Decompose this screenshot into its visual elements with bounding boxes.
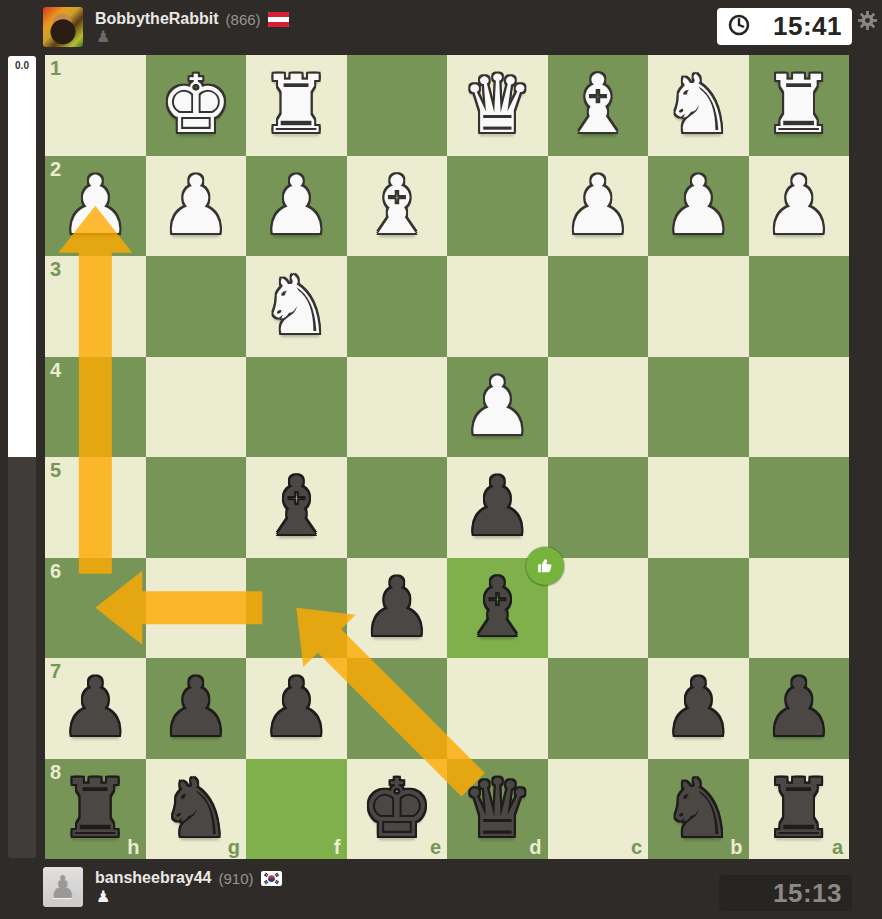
top-player-rating: (866) xyxy=(226,11,261,28)
square-c5[interactable] xyxy=(548,457,649,558)
top-player-avatar[interactable] xyxy=(43,7,83,47)
square-f5[interactable]: ♝ xyxy=(246,457,347,558)
square-c4[interactable] xyxy=(548,357,649,458)
piece-white-rook-a1[interactable]: ♜ xyxy=(749,55,850,156)
square-a3[interactable] xyxy=(749,256,850,357)
square-b7[interactable]: ♟ xyxy=(648,658,749,759)
clock-icon xyxy=(727,13,751,41)
square-e3[interactable] xyxy=(347,256,448,357)
square-g3[interactable] xyxy=(146,256,247,357)
square-c1[interactable]: ♝ xyxy=(548,55,649,156)
south-korea-flag-icon xyxy=(261,871,282,886)
square-e1[interactable] xyxy=(347,55,448,156)
square-d7[interactable] xyxy=(447,658,548,759)
top-clock-time: 15:41 xyxy=(751,11,842,42)
square-a2[interactable]: ♟ xyxy=(749,156,850,257)
piece-black-pawn-g7[interactable]: ♟ xyxy=(146,658,247,759)
square-g4[interactable] xyxy=(146,357,247,458)
bottom-player-clock: 15:13 xyxy=(719,875,852,911)
piece-white-pawn-a2[interactable]: ♟ xyxy=(749,156,850,257)
piece-black-pawn-b7[interactable]: ♟ xyxy=(648,658,749,759)
square-h2[interactable]: 2♟ xyxy=(45,156,146,257)
piece-white-knight-f3[interactable]: ♞ xyxy=(246,256,347,357)
piece-white-king-g1[interactable]: ♚ xyxy=(146,55,247,156)
square-d1[interactable]: ♛ xyxy=(447,55,548,156)
square-a8[interactable]: a♜ xyxy=(749,759,850,860)
square-d3[interactable] xyxy=(447,256,548,357)
piece-black-pawn-f7[interactable]: ♟ xyxy=(246,658,347,759)
piece-white-pawn-b2[interactable]: ♟ xyxy=(648,156,749,257)
square-c7[interactable] xyxy=(548,658,649,759)
chess-board[interactable]: 1♚♜♛♝♞♜2♟♟♟♝♟♟♟3♞4♟5♝♟6♟♝7♟♟♟♟♟8h♜g♞fe♚d… xyxy=(45,55,849,859)
rank-label-1: 1 xyxy=(50,58,61,78)
evaluation-score: 0.0 xyxy=(8,60,36,71)
square-b8[interactable]: b♞ xyxy=(648,759,749,860)
square-g5[interactable] xyxy=(146,457,247,558)
square-b2[interactable]: ♟ xyxy=(648,156,749,257)
piece-white-pawn-d4[interactable]: ♟ xyxy=(447,357,548,458)
square-b1[interactable]: ♞ xyxy=(648,55,749,156)
square-f6[interactable] xyxy=(246,558,347,659)
piece-white-pawn-g2[interactable]: ♟ xyxy=(146,156,247,257)
bottom-player-name[interactable]: bansheebray44 xyxy=(95,869,212,887)
square-c3[interactable] xyxy=(548,256,649,357)
bottom-captured-pawn-icon: ♟ xyxy=(96,889,110,905)
square-h4[interactable]: 4 xyxy=(45,357,146,458)
square-g8[interactable]: g♞ xyxy=(146,759,247,860)
piece-black-pawn-d5[interactable]: ♟ xyxy=(447,457,548,558)
piece-black-knight-b8[interactable]: ♞ xyxy=(648,759,749,860)
top-player-bar: BobbytheRabbit (866) ♟ 15:41 xyxy=(0,0,882,55)
square-c8[interactable]: c xyxy=(548,759,649,860)
square-b6[interactable] xyxy=(648,558,749,659)
piece-white-pawn-c2[interactable]: ♟ xyxy=(548,156,649,257)
top-player-clock: 15:41 xyxy=(717,8,852,45)
piece-white-rook-f1[interactable]: ♜ xyxy=(246,55,347,156)
square-h8[interactable]: 8h♜ xyxy=(45,759,146,860)
piece-white-pawn-f2[interactable]: ♟ xyxy=(246,156,347,257)
austria-flag-icon xyxy=(268,12,289,27)
square-d4[interactable]: ♟ xyxy=(447,357,548,458)
piece-white-bishop-e2[interactable]: ♝ xyxy=(347,156,448,257)
square-d8[interactable]: d♛ xyxy=(447,759,548,860)
square-a6[interactable] xyxy=(749,558,850,659)
top-captured-pawn-icon: ♟ xyxy=(96,29,110,45)
square-g6[interactable] xyxy=(146,558,247,659)
square-b5[interactable] xyxy=(648,457,749,558)
square-e2[interactable]: ♝ xyxy=(347,156,448,257)
rank-label-4: 4 xyxy=(50,360,61,380)
bottom-player-rating: (910) xyxy=(219,870,254,887)
square-f4[interactable] xyxy=(246,357,347,458)
square-b3[interactable] xyxy=(648,256,749,357)
square-a1[interactable]: ♜ xyxy=(749,55,850,156)
piece-black-pawn-a7[interactable]: ♟ xyxy=(749,658,850,759)
file-label-c: c xyxy=(631,837,642,857)
square-g2[interactable]: ♟ xyxy=(146,156,247,257)
bottom-player-avatar[interactable]: ♟ xyxy=(43,867,83,907)
square-f1[interactable]: ♜ xyxy=(246,55,347,156)
bottom-player-bar: ♟ bansheebray44 (910) ♟ 15:13 xyxy=(0,859,882,919)
square-a4[interactable] xyxy=(749,357,850,458)
square-f2[interactable]: ♟ xyxy=(246,156,347,257)
square-h7[interactable]: 7♟ xyxy=(45,658,146,759)
square-e7[interactable] xyxy=(347,658,448,759)
square-h5[interactable]: 5 xyxy=(45,457,146,558)
square-g1[interactable]: ♚ xyxy=(146,55,247,156)
rank-label-6: 6 xyxy=(50,561,61,581)
square-b4[interactable] xyxy=(648,357,749,458)
evaluation-bar-white-half xyxy=(8,56,36,457)
square-e5[interactable] xyxy=(347,457,448,558)
evaluation-bar: 0.0 xyxy=(8,56,36,858)
bottom-clock-time: 15:13 xyxy=(729,878,842,909)
piece-black-queen-d8[interactable]: ♛ xyxy=(447,759,548,860)
thumbs-up-badge xyxy=(526,547,564,585)
piece-white-pawn-h2[interactable]: ♟ xyxy=(45,156,146,257)
piece-black-rook-h8[interactable]: ♜ xyxy=(45,759,146,860)
square-e6[interactable]: ♟ xyxy=(347,558,448,659)
piece-black-knight-g8[interactable]: ♞ xyxy=(146,759,247,860)
square-a7[interactable]: ♟ xyxy=(749,658,850,759)
rank-label-5: 5 xyxy=(50,460,61,480)
square-e4[interactable] xyxy=(347,357,448,458)
top-player-name[interactable]: BobbytheRabbit xyxy=(95,10,219,28)
square-h3[interactable]: 3 xyxy=(45,256,146,357)
square-g7[interactable]: ♟ xyxy=(146,658,247,759)
square-a5[interactable] xyxy=(749,457,850,558)
pawn-avatar-icon: ♟ xyxy=(50,870,77,905)
square-h1[interactable]: 1 xyxy=(45,55,146,156)
square-f7[interactable]: ♟ xyxy=(246,658,347,759)
square-d5[interactable]: ♟ xyxy=(447,457,548,558)
piece-white-queen-d1[interactable]: ♛ xyxy=(447,55,548,156)
rank-label-3: 3 xyxy=(50,259,61,279)
piece-black-pawn-h7[interactable]: ♟ xyxy=(45,658,146,759)
settings-gear-icon[interactable] xyxy=(858,11,877,30)
piece-black-rook-a8[interactable]: ♜ xyxy=(749,759,850,860)
file-label-f: f xyxy=(334,837,341,857)
square-f3[interactable]: ♞ xyxy=(246,256,347,357)
piece-black-bishop-f5[interactable]: ♝ xyxy=(246,457,347,558)
piece-black-pawn-e6[interactable]: ♟ xyxy=(347,558,448,659)
piece-white-bishop-c1[interactable]: ♝ xyxy=(548,55,649,156)
square-h6[interactable]: 6 xyxy=(45,558,146,659)
square-d2[interactable] xyxy=(447,156,548,257)
piece-white-knight-b1[interactable]: ♞ xyxy=(648,55,749,156)
square-e8[interactable]: e♚ xyxy=(347,759,448,860)
piece-black-king-e8[interactable]: ♚ xyxy=(347,759,448,860)
square-c2[interactable]: ♟ xyxy=(548,156,649,257)
square-f8[interactable]: f xyxy=(246,759,347,860)
